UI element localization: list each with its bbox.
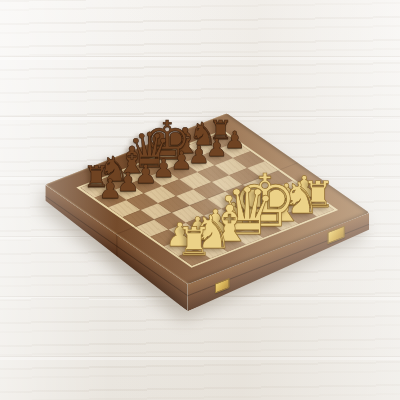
whitewashed-wood-surface: ♜♞♝♛♚♝♞♜♟♟♟♟♟♟♟♟♟♟♟♟♟♟♟♟♜♞♝♛♚♝♞♜ — [0, 0, 400, 400]
chess-box — [0, 0, 400, 400]
brass-fitting-icon — [215, 278, 230, 294]
piece-white-rook-a1[interactable]: ♜ — [176, 223, 211, 262]
fold-cut-line — [117, 235, 118, 263]
piece-black-pawn-a7[interactable]: ♟ — [98, 175, 122, 202]
brass-clasp-icon — [328, 225, 345, 244]
